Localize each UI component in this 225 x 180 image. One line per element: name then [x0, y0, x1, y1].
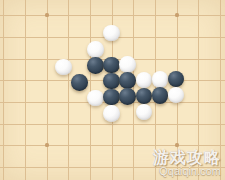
- gomoku-board[interactable]: 游戏攻略 Qqaiqin.com: [0, 0, 225, 180]
- white-stone: [103, 25, 120, 42]
- black-stone: [71, 74, 88, 91]
- black-stone: [119, 72, 136, 89]
- watermark: 游戏攻略 Qqaiqin.com: [153, 150, 221, 178]
- black-stone: [168, 71, 185, 88]
- white-stone: [87, 41, 104, 58]
- black-stone: [103, 73, 120, 90]
- black-stone: [119, 88, 136, 105]
- white-stone: [152, 71, 169, 88]
- black-stone: [103, 57, 120, 74]
- white-stone: [103, 105, 120, 122]
- black-stone: [136, 88, 153, 105]
- white-stone: [168, 87, 185, 104]
- black-stone: [103, 89, 120, 106]
- white-stone: [55, 59, 72, 76]
- watermark-site: Qqaiqin.com: [153, 166, 221, 178]
- white-stone: [136, 104, 153, 121]
- white-stone: [87, 90, 104, 107]
- black-stone: [87, 57, 104, 74]
- watermark-title: 游戏攻略: [153, 150, 221, 167]
- white-stone: [136, 72, 153, 89]
- white-stone: [119, 56, 136, 73]
- black-stone: [152, 87, 169, 104]
